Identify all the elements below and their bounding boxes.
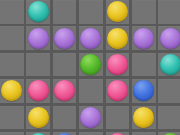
- cell-r4c4[interactable]: [106, 106, 130, 130]
- cell-r5c1[interactable]: [26, 132, 50, 135]
- purple-ball[interactable]: [80, 107, 101, 128]
- cell-r3c6[interactable]: [158, 79, 180, 103]
- cell-r1c3[interactable]: [79, 26, 103, 50]
- cell-r2c2[interactable]: [53, 53, 77, 77]
- cell-r4c6[interactable]: [158, 106, 180, 130]
- cell-r0c0[interactable]: [0, 0, 24, 24]
- pink-ball[interactable]: [107, 54, 128, 75]
- cell-r1c5[interactable]: [132, 26, 156, 50]
- cell-r3c4[interactable]: [106, 79, 130, 103]
- yellow-ball[interactable]: [107, 28, 128, 49]
- green-ball[interactable]: [160, 133, 180, 135]
- cell-r1c0[interactable]: [0, 26, 24, 50]
- cell-r0c1[interactable]: [26, 0, 50, 24]
- cell-r0c4[interactable]: [106, 0, 130, 24]
- blue-ball[interactable]: [133, 80, 154, 101]
- cell-r1c2[interactable]: [53, 26, 77, 50]
- cell-r3c2[interactable]: [53, 79, 77, 103]
- cell-r5c0[interactable]: [0, 132, 24, 135]
- purple-ball[interactable]: [28, 28, 49, 49]
- cell-r2c3[interactable]: [79, 53, 103, 77]
- yellow-ball[interactable]: [28, 107, 49, 128]
- yellow-ball[interactable]: [107, 1, 128, 22]
- cell-r0c2[interactable]: [53, 0, 77, 24]
- cell-r2c5[interactable]: [132, 53, 156, 77]
- cell-r5c2[interactable]: [53, 132, 77, 135]
- game-board: [0, 0, 180, 135]
- cell-r3c5[interactable]: [132, 79, 156, 103]
- cell-r3c0[interactable]: [0, 79, 24, 103]
- green-ball[interactable]: [80, 54, 101, 75]
- cell-r2c4[interactable]: [106, 53, 130, 77]
- cell-r5c3[interactable]: [79, 132, 103, 135]
- cell-r0c6[interactable]: [158, 0, 180, 24]
- cell-r3c1[interactable]: [26, 79, 50, 103]
- purple-ball[interactable]: [80, 28, 101, 49]
- cell-r2c0[interactable]: [0, 53, 24, 77]
- cell-r5c6[interactable]: [158, 132, 180, 135]
- purple-ball[interactable]: [133, 28, 154, 49]
- cell-r1c4[interactable]: [106, 26, 130, 50]
- cell-r1c6[interactable]: [158, 26, 180, 50]
- yellow-ball[interactable]: [133, 107, 154, 128]
- cell-r2c1[interactable]: [26, 53, 50, 77]
- teal-ball[interactable]: [28, 133, 49, 135]
- teal-ball[interactable]: [28, 1, 49, 22]
- cell-r4c1[interactable]: [26, 106, 50, 130]
- purple-ball[interactable]: [54, 28, 75, 49]
- cell-r4c5[interactable]: [132, 106, 156, 130]
- pink-ball[interactable]: [28, 80, 49, 101]
- cell-r4c3[interactable]: [79, 106, 103, 130]
- game-viewport: [0, 0, 180, 135]
- cell-r1c1[interactable]: [26, 26, 50, 50]
- teal-ball[interactable]: [160, 54, 180, 75]
- cell-r0c5[interactable]: [132, 0, 156, 24]
- cell-r2c6[interactable]: [158, 53, 180, 77]
- cell-r0c3[interactable]: [79, 0, 103, 24]
- pink-ball[interactable]: [54, 80, 75, 101]
- cell-r3c3[interactable]: [79, 79, 103, 103]
- cell-r4c0[interactable]: [0, 106, 24, 130]
- yellow-ball[interactable]: [1, 80, 22, 101]
- cell-r5c4[interactable]: [106, 132, 130, 135]
- cell-r5c5[interactable]: [132, 132, 156, 135]
- purple-ball[interactable]: [160, 28, 180, 49]
- pink-ball[interactable]: [107, 80, 128, 101]
- pink-ball[interactable]: [107, 133, 128, 135]
- cell-r4c2[interactable]: [53, 106, 77, 130]
- blue-ball[interactable]: [54, 133, 75, 135]
